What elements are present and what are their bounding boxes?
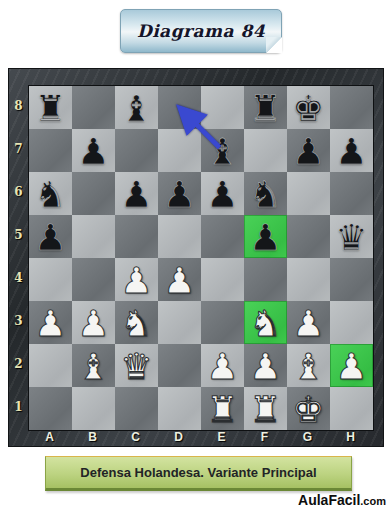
square-h8 xyxy=(330,86,373,129)
square-e5 xyxy=(201,215,244,258)
square-a7 xyxy=(29,129,72,172)
square-a4 xyxy=(29,258,72,301)
square-h7: ♟ xyxy=(330,129,373,172)
piece-black-knight: ♞ xyxy=(244,172,287,215)
piece-black-king: ♚ xyxy=(287,86,330,129)
rank-label-1: 1 xyxy=(9,386,28,429)
piece-black-bishop: ♝ xyxy=(201,129,244,172)
piece-black-pawn: ♟ xyxy=(158,172,201,215)
square-d1 xyxy=(158,387,201,430)
square-d7 xyxy=(158,129,201,172)
piece-black-pawn: ♟ xyxy=(330,129,373,172)
square-b6 xyxy=(72,172,115,215)
square-f8: ♜ xyxy=(244,86,287,129)
piece-white-pawn: ♟ xyxy=(201,344,244,387)
piece-black-pawn: ♟ xyxy=(287,129,330,172)
square-d8 xyxy=(158,86,201,129)
piece-white-rook: ♜ xyxy=(201,387,244,430)
piece-white-bishop: ♝ xyxy=(287,344,330,387)
piece-black-pawn: ♟ xyxy=(115,172,158,215)
square-a6: ♞ xyxy=(29,172,72,215)
square-d5 xyxy=(158,215,201,258)
square-g6 xyxy=(287,172,330,215)
piece-white-pawn: ♟ xyxy=(158,258,201,301)
square-d6: ♟ xyxy=(158,172,201,215)
square-e4 xyxy=(201,258,244,301)
site-watermark: AulaFacil.com xyxy=(298,491,386,509)
rank-labels: 87654321 xyxy=(9,85,28,429)
square-g4 xyxy=(287,258,330,301)
piece-white-rook: ♜ xyxy=(244,387,287,430)
file-labels: ABCDEFGH xyxy=(28,428,372,446)
square-f6: ♞ xyxy=(244,172,287,215)
file-label-c: C xyxy=(114,428,157,446)
file-label-d: D xyxy=(157,428,200,446)
piece-black-pawn: ♟ xyxy=(72,129,115,172)
rank-label-7: 7 xyxy=(9,128,28,171)
page: Diagrama 84 87654321 ♜♝♜♚♟♝♟♟♞♟♟♟♞♟♟♛♟♟♟… xyxy=(0,0,392,511)
square-b1 xyxy=(72,387,115,430)
square-e2: ♟ xyxy=(201,344,244,387)
caption-text: Defensa Holandesa. Variante Principal xyxy=(80,465,316,480)
file-label-e: E xyxy=(200,428,243,446)
piece-black-knight: ♞ xyxy=(29,172,72,215)
square-b3: ♟ xyxy=(72,301,115,344)
square-c5 xyxy=(115,215,158,258)
piece-white-knight: ♞ xyxy=(115,301,158,344)
square-d4: ♟ xyxy=(158,258,201,301)
square-c1 xyxy=(115,387,158,430)
square-a2 xyxy=(29,344,72,387)
square-f1: ♜ xyxy=(244,387,287,430)
board-squares: ♜♝♜♚♟♝♟♟♞♟♟♟♞♟♟♛♟♟♟♟♞♞♟♝♛♟♟♝♟♜♜♚ xyxy=(28,85,374,431)
diagram-title-note: Diagrama 84 xyxy=(120,9,282,53)
square-c3: ♞ xyxy=(115,301,158,344)
square-f2: ♟ xyxy=(244,344,287,387)
square-e8 xyxy=(201,86,244,129)
piece-white-bishop: ♝ xyxy=(72,344,115,387)
square-h3 xyxy=(330,301,373,344)
rank-label-5: 5 xyxy=(9,214,28,257)
square-a5: ♟ xyxy=(29,215,72,258)
piece-black-bishop: ♝ xyxy=(115,86,158,129)
square-e1: ♜ xyxy=(201,387,244,430)
rank-label-6: 6 xyxy=(9,171,28,214)
piece-white-pawn: ♟ xyxy=(244,344,287,387)
rank-label-8: 8 xyxy=(9,85,28,128)
piece-white-queen: ♛ xyxy=(115,344,158,387)
square-g7: ♟ xyxy=(287,129,330,172)
piece-black-rook: ♜ xyxy=(29,86,72,129)
piece-black-pawn: ♟ xyxy=(201,172,244,215)
piece-white-pawn: ♟ xyxy=(115,258,158,301)
chess-board: 87654321 ♜♝♜♚♟♝♟♟♞♟♟♟♞♟♟♛♟♟♟♟♞♞♟♝♛♟♟♝♟♜♜… xyxy=(8,68,384,447)
file-label-b: B xyxy=(71,428,114,446)
file-label-a: A xyxy=(28,428,71,446)
square-f4 xyxy=(244,258,287,301)
square-g3: ♟ xyxy=(287,301,330,344)
file-label-f: F xyxy=(243,428,286,446)
square-c8: ♝ xyxy=(115,86,158,129)
piece-black-pawn: ♟ xyxy=(29,215,72,258)
square-h2: ♟ xyxy=(330,344,373,387)
square-a1 xyxy=(29,387,72,430)
square-b7: ♟ xyxy=(72,129,115,172)
square-b5 xyxy=(72,215,115,258)
square-e6: ♟ xyxy=(201,172,244,215)
square-e3 xyxy=(201,301,244,344)
watermark-brand: AulaFacil xyxy=(298,492,360,508)
file-label-g: G xyxy=(286,428,329,446)
piece-white-pawn: ♟ xyxy=(29,301,72,344)
square-g2: ♝ xyxy=(287,344,330,387)
piece-white-pawn: ♟ xyxy=(72,301,115,344)
square-d2 xyxy=(158,344,201,387)
square-b4 xyxy=(72,258,115,301)
square-f7 xyxy=(244,129,287,172)
rank-label-4: 4 xyxy=(9,257,28,300)
square-b8 xyxy=(72,86,115,129)
square-h1 xyxy=(330,387,373,430)
square-b2: ♝ xyxy=(72,344,115,387)
square-a3: ♟ xyxy=(29,301,72,344)
square-g5 xyxy=(287,215,330,258)
diagram-title: Diagrama 84 xyxy=(137,21,265,41)
rank-label-3: 3 xyxy=(9,300,28,343)
piece-black-rook: ♜ xyxy=(244,86,287,129)
piece-black-queen: ♛ xyxy=(330,215,373,258)
square-h4 xyxy=(330,258,373,301)
square-d3 xyxy=(158,301,201,344)
piece-white-pawn: ♟ xyxy=(287,301,330,344)
square-f5: ♟ xyxy=(244,215,287,258)
square-e7: ♝ xyxy=(201,129,244,172)
square-h5: ♛ xyxy=(330,215,373,258)
piece-white-king: ♚ xyxy=(287,387,330,430)
watermark-suffix: .com xyxy=(360,495,386,507)
piece-white-pawn: ♟ xyxy=(330,344,373,387)
square-c4: ♟ xyxy=(115,258,158,301)
square-c6: ♟ xyxy=(115,172,158,215)
piece-white-knight: ♞ xyxy=(244,301,287,344)
square-f3: ♞ xyxy=(244,301,287,344)
piece-black-pawn: ♟ xyxy=(244,215,287,258)
file-label-h: H xyxy=(329,428,372,446)
square-a8: ♜ xyxy=(29,86,72,129)
rank-label-2: 2 xyxy=(9,343,28,386)
square-c7 xyxy=(115,129,158,172)
square-c2: ♛ xyxy=(115,344,158,387)
square-g1: ♚ xyxy=(287,387,330,430)
square-h6 xyxy=(330,172,373,215)
square-g8: ♚ xyxy=(287,86,330,129)
caption-banner: Defensa Holandesa. Variante Principal xyxy=(45,456,352,491)
